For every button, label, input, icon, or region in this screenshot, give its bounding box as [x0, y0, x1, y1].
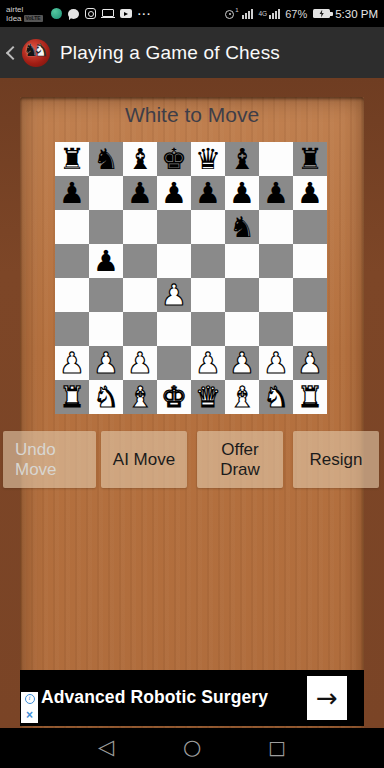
white-pawn: ♟ [195, 346, 221, 380]
right-arrow-icon: → [316, 685, 338, 711]
nav-recents-button[interactable]: □ [268, 736, 286, 758]
black-pawn: ♟ [263, 176, 289, 210]
square-f5[interactable] [225, 244, 259, 278]
square-c3[interactable] [123, 312, 157, 346]
message-icon [68, 9, 79, 19]
ad-arrow-button[interactable]: → [307, 676, 347, 720]
square-a7[interactable]: ♟ [55, 176, 89, 210]
square-d4[interactable]: ♟ [157, 278, 191, 312]
youtube-icon [120, 9, 132, 18]
square-a2[interactable]: ♟ [55, 346, 89, 380]
network-type-label: 4G [258, 10, 267, 17]
square-f2[interactable]: ♟ [225, 346, 259, 380]
square-e6[interactable] [191, 210, 225, 244]
black-knight: ♞ [229, 210, 255, 244]
black-pawn: ♟ [229, 176, 255, 210]
white-pawn: ♟ [263, 346, 289, 380]
square-f6[interactable]: ♞ [225, 210, 259, 244]
undo-move-button[interactable]: Undo Move [3, 431, 96, 488]
square-f3[interactable] [225, 312, 259, 346]
instagram-icon [85, 8, 96, 19]
square-d1[interactable]: ♚ [157, 380, 191, 414]
square-h5[interactable] [293, 244, 327, 278]
black-pawn: ♟ [59, 176, 85, 210]
black-bishop: ♝ [229, 142, 255, 176]
square-b6[interactable] [89, 210, 123, 244]
square-b5[interactable]: ♟ [89, 244, 123, 278]
signal-bars-sim1-icon [242, 9, 253, 19]
offer-draw-button[interactable]: Offer Draw [197, 431, 283, 488]
charging-bolt-icon [319, 10, 325, 18]
square-d5[interactable] [157, 244, 191, 278]
ad-close-icon[interactable]: × [26, 710, 33, 721]
black-bishop: ♝ [127, 142, 153, 176]
ad-banner[interactable]: i × Advanced Robotic Surgery → [20, 670, 364, 726]
square-b7[interactable] [89, 176, 123, 210]
ad-headline[interactable]: Advanced Robotic Surgery [41, 687, 268, 708]
ad-info-icon[interactable]: i [25, 694, 35, 704]
white-queen: ♛ [195, 380, 221, 414]
square-b3[interactable] [89, 312, 123, 346]
white-rook: ♜ [59, 380, 85, 414]
ad-choices[interactable]: i × [21, 692, 38, 723]
black-knight: ♞ [93, 142, 119, 176]
square-e8[interactable]: ♛ [191, 142, 225, 176]
square-a3[interactable] [55, 312, 89, 346]
square-d8[interactable]: ♚ [157, 142, 191, 176]
square-h1[interactable]: ♜ [293, 380, 327, 414]
square-c7[interactable]: ♟ [123, 176, 157, 210]
battery-icon [313, 9, 330, 18]
square-g6[interactable] [259, 210, 293, 244]
more-notifications-icon: ··· [138, 10, 152, 18]
android-nav-bar: ◁ ○ □ [0, 728, 384, 768]
square-c6[interactable] [123, 210, 157, 244]
white-pawn: ♟ [93, 346, 119, 380]
square-d3[interactable] [157, 312, 191, 346]
white-king: ♚ [161, 380, 187, 414]
white-pawn: ♟ [59, 346, 85, 380]
square-g3[interactable] [259, 312, 293, 346]
white-knight: ♞ [263, 380, 289, 414]
status-bar: airtel Idea VoLTE ··· 1 4G 67% 5:30 PM [0, 0, 384, 27]
back-chevron-icon[interactable] [6, 45, 20, 59]
square-g7[interactable]: ♟ [259, 176, 293, 210]
square-c5[interactable] [123, 244, 157, 278]
app-logo-icon: ♞ ♞ [22, 39, 50, 67]
square-g2[interactable]: ♟ [259, 346, 293, 380]
black-pawn: ♟ [297, 176, 323, 210]
white-pawn: ♟ [297, 346, 323, 380]
square-d6[interactable] [157, 210, 191, 244]
square-d7[interactable]: ♟ [157, 176, 191, 210]
square-a5[interactable] [55, 244, 89, 278]
square-a6[interactable] [55, 210, 89, 244]
nav-back-button[interactable]: ◁ [98, 735, 114, 759]
square-e2[interactable]: ♟ [191, 346, 225, 380]
carrier-label: airtel Idea VoLTE [6, 5, 43, 23]
square-e3[interactable] [191, 312, 225, 346]
square-b4[interactable] [89, 278, 123, 312]
square-d2[interactable] [157, 346, 191, 380]
square-h6[interactable] [293, 210, 327, 244]
black-rook: ♜ [59, 142, 85, 176]
white-bishop: ♝ [229, 380, 255, 414]
carrier-line1: airtel [6, 5, 43, 14]
white-pawn: ♟ [127, 346, 153, 380]
signal-bars-sim2-icon [269, 9, 280, 19]
square-h4[interactable] [293, 278, 327, 312]
battery-percent: 67% [285, 8, 307, 20]
white-knight: ♞ [93, 380, 119, 414]
square-g4[interactable] [259, 278, 293, 312]
clock: 5:30 PM [335, 8, 378, 20]
square-h3[interactable] [293, 312, 327, 346]
black-pawn: ♟ [195, 176, 221, 210]
nav-home-button[interactable]: ○ [183, 735, 201, 759]
turn-indicator: White to Move [0, 103, 384, 127]
square-h2[interactable]: ♟ [293, 346, 327, 380]
square-e5[interactable] [191, 244, 225, 278]
square-g5[interactable] [259, 244, 293, 278]
square-e1[interactable]: ♛ [191, 380, 225, 414]
white-rook: ♜ [297, 380, 323, 414]
square-a1[interactable]: ♜ [55, 380, 89, 414]
square-c4[interactable] [123, 278, 157, 312]
square-h7[interactable]: ♟ [293, 176, 327, 210]
square-f8[interactable]: ♝ [225, 142, 259, 176]
black-rook: ♜ [297, 142, 323, 176]
app-header: ♞ ♞ Playing a Game of Chess [0, 27, 384, 78]
white-bishop: ♝ [127, 380, 153, 414]
square-a8[interactable]: ♜ [55, 142, 89, 176]
laptop-icon [102, 9, 114, 17]
carrier-line2: Idea [6, 14, 22, 23]
square-b2[interactable]: ♟ [89, 346, 123, 380]
white-pawn: ♟ [229, 346, 255, 380]
black-pawn: ♟ [161, 176, 187, 210]
square-h8[interactable]: ♜ [293, 142, 327, 176]
black-queen: ♛ [195, 142, 221, 176]
mobile-data-icon: 1 [225, 8, 237, 20]
ai-move-button[interactable]: AI Move [101, 431, 187, 488]
status-bar-right: 1 4G 67% 5:30 PM [225, 8, 378, 20]
green-app-icon [51, 8, 62, 19]
page-title: Playing a Game of Chess [60, 42, 280, 64]
square-e4[interactable] [191, 278, 225, 312]
control-buttons: Undo Move AI Move Offer Draw Resign [0, 431, 384, 488]
square-c2[interactable]: ♟ [123, 346, 157, 380]
white-pawn: ♟ [161, 278, 187, 312]
wood-background: White to Move ♜♞♝♚♛♝♜♟♟♟♟♟♟♟♞♟♟♟♟♟♟♟♟♟♜♞… [0, 78, 384, 728]
square-b8[interactable]: ♞ [89, 142, 123, 176]
chess-board[interactable]: ♜♞♝♚♛♝♜♟♟♟♟♟♟♟♞♟♟♟♟♟♟♟♟♟♜♞♝♚♛♝♞♜ [55, 142, 327, 414]
square-c1[interactable]: ♝ [123, 380, 157, 414]
square-b1[interactable]: ♞ [89, 380, 123, 414]
square-g1[interactable]: ♞ [259, 380, 293, 414]
square-g8[interactable] [259, 142, 293, 176]
resign-button[interactable]: Resign [293, 431, 379, 488]
notification-icons: ··· [51, 8, 152, 19]
square-a4[interactable] [55, 278, 89, 312]
sim-slot-indicator: 1 [235, 7, 238, 13]
volte-badge: VoLTE [24, 15, 43, 22]
black-king: ♚ [161, 142, 187, 176]
square-f1[interactable]: ♝ [225, 380, 259, 414]
square-c8[interactable]: ♝ [123, 142, 157, 176]
square-f4[interactable] [225, 278, 259, 312]
square-e7[interactable]: ♟ [191, 176, 225, 210]
square-f7[interactable]: ♟ [225, 176, 259, 210]
black-pawn: ♟ [127, 176, 153, 210]
black-pawn: ♟ [93, 244, 119, 278]
